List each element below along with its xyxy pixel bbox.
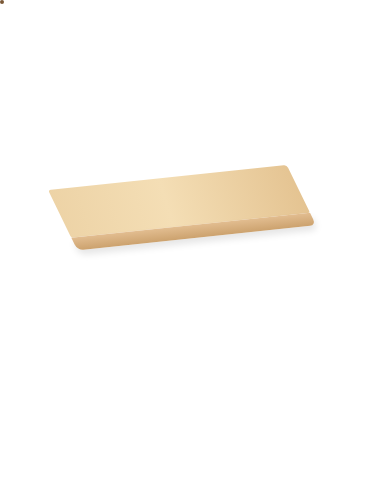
board-corner-hole <box>0 0 4 4</box>
board-grid <box>48 165 310 238</box>
product-photo <box>0 0 381 492</box>
